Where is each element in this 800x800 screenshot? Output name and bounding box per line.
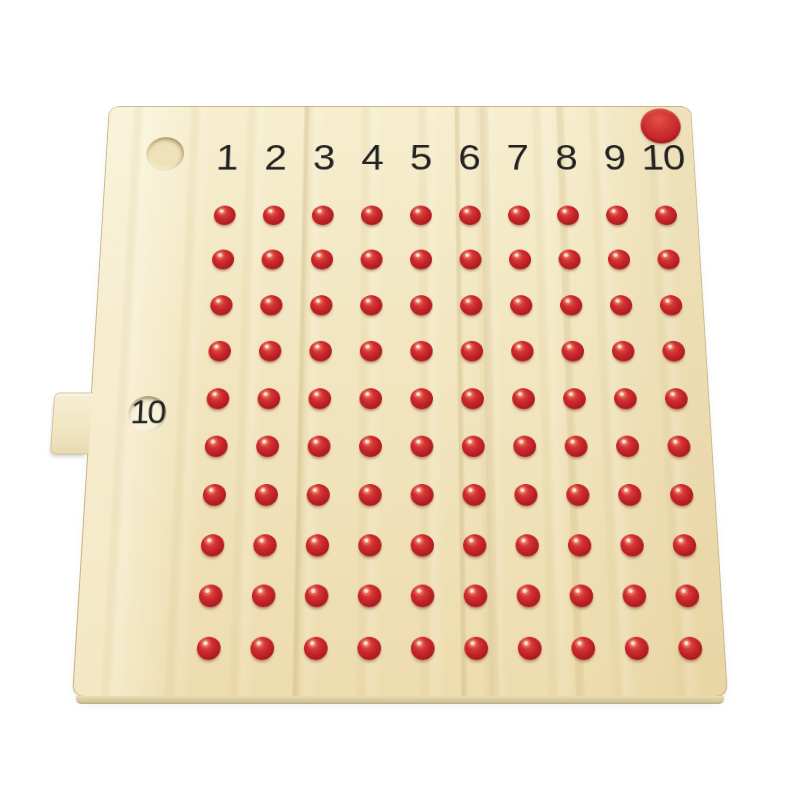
bead-r8-c6[interactable] xyxy=(463,534,487,556)
bead-r3-c9[interactable] xyxy=(610,295,633,315)
bead-r4-c1[interactable] xyxy=(208,341,231,362)
bead-r1-c4[interactable] xyxy=(361,206,383,225)
bead-r10-c5[interactable] xyxy=(411,637,435,660)
bead-r6-c8[interactable] xyxy=(564,436,588,457)
multiplicand-window: 10 xyxy=(128,396,168,431)
bead-r7-c4[interactable] xyxy=(359,484,382,506)
bead-r6-c3[interactable] xyxy=(307,436,330,457)
bead-r10-c6[interactable] xyxy=(464,637,488,660)
bead-r3-c5[interactable] xyxy=(410,295,432,315)
column-label-4: 4 xyxy=(361,137,383,178)
bead-r6-c7[interactable] xyxy=(513,436,536,457)
bead-r6-c4[interactable] xyxy=(359,436,382,457)
bead-r6-c9[interactable] xyxy=(616,436,640,457)
bead-r10-c1[interactable] xyxy=(196,637,221,660)
bead-r3-c4[interactable] xyxy=(360,295,382,315)
bead-r3-c3[interactable] xyxy=(310,295,333,315)
bead-r6-c2[interactable] xyxy=(256,436,279,457)
bead-r3-c6[interactable] xyxy=(460,295,483,315)
bead-r4-c8[interactable] xyxy=(561,341,584,362)
column-label-3: 3 xyxy=(313,137,335,178)
bead-r9-c6[interactable] xyxy=(464,585,488,608)
bead-r4-c10[interactable] xyxy=(662,341,686,362)
bead-r7-c1[interactable] xyxy=(202,484,226,506)
column-label-5: 5 xyxy=(410,137,432,178)
bead-r8-c10[interactable] xyxy=(672,534,697,556)
bead-r5-c10[interactable] xyxy=(664,388,688,409)
bead-r10-c3[interactable] xyxy=(304,637,328,660)
bead-r9-c2[interactable] xyxy=(252,585,276,608)
bead-r1-c9[interactable] xyxy=(606,206,629,225)
bead-r4-c4[interactable] xyxy=(360,341,383,362)
bead-r5-c9[interactable] xyxy=(614,388,638,409)
bead-r3-c2[interactable] xyxy=(260,295,283,315)
bead-r8-c8[interactable] xyxy=(568,534,592,556)
bead-r8-c7[interactable] xyxy=(515,534,539,556)
bead-r9-c7[interactable] xyxy=(516,585,540,608)
bead-r9-c3[interactable] xyxy=(305,585,329,608)
bead-r9-c5[interactable] xyxy=(411,585,435,608)
bead-r3-c10[interactable] xyxy=(659,295,682,315)
bead-r1-c1[interactable] xyxy=(213,206,236,225)
column-label-6: 6 xyxy=(458,137,480,178)
bead-r4-c3[interactable] xyxy=(309,341,332,362)
bead-r2-c3[interactable] xyxy=(311,250,333,270)
bead-r8-c4[interactable] xyxy=(358,534,381,556)
bead-r4-c7[interactable] xyxy=(511,341,534,362)
bead-r2-c8[interactable] xyxy=(558,250,581,270)
bead-r9-c4[interactable] xyxy=(358,585,382,608)
bead-r6-c6[interactable] xyxy=(462,436,485,457)
bead-r3-c1[interactable] xyxy=(210,295,233,315)
bead-r9-c8[interactable] xyxy=(569,585,593,608)
bead-r3-c7[interactable] xyxy=(510,295,533,315)
column-label-8: 8 xyxy=(555,137,578,178)
bead-r8-c9[interactable] xyxy=(620,534,644,556)
bead-r4-c6[interactable] xyxy=(461,341,484,362)
bead-r2-c2[interactable] xyxy=(261,250,284,270)
bead-r10-c2[interactable] xyxy=(250,637,274,660)
bead-r3-c8[interactable] xyxy=(560,295,583,315)
bead-r1-c3[interactable] xyxy=(312,206,334,225)
bead-r5-c5[interactable] xyxy=(410,388,433,409)
counter-disc-recess xyxy=(145,137,184,170)
bead-r10-c10[interactable] xyxy=(678,637,703,660)
bead-r9-c9[interactable] xyxy=(622,585,647,608)
bead-r9-c1[interactable] xyxy=(199,585,223,608)
bead-r7-c7[interactable] xyxy=(514,484,538,506)
bead-r8-c5[interactable] xyxy=(411,534,434,556)
column-label-9: 9 xyxy=(603,137,626,178)
bead-board-photo: 10 12345678910 xyxy=(0,0,800,800)
bead-r8-c2[interactable] xyxy=(253,534,277,556)
bead-r1-c2[interactable] xyxy=(263,206,285,225)
bead-r7-c9[interactable] xyxy=(618,484,642,506)
bead-r5-c4[interactable] xyxy=(359,388,382,409)
bead-r5-c8[interactable] xyxy=(563,388,586,409)
bead-r1-c6[interactable] xyxy=(459,206,481,225)
bead-r6-c1[interactable] xyxy=(204,436,228,457)
bead-r1-c7[interactable] xyxy=(508,206,530,225)
bead-r2-c7[interactable] xyxy=(509,250,531,270)
bead-r1-c10[interactable] xyxy=(655,206,678,225)
bead-r1-c8[interactable] xyxy=(557,206,579,225)
bead-r10-c7[interactable] xyxy=(518,637,542,660)
bead-r7-c5[interactable] xyxy=(411,484,434,506)
column-label-1: 1 xyxy=(215,137,238,178)
bead-r7-c8[interactable] xyxy=(566,484,590,506)
bead-r2-c9[interactable] xyxy=(608,250,631,270)
bead-r7-c3[interactable] xyxy=(307,484,330,506)
bead-r4-c2[interactable] xyxy=(259,341,282,362)
bead-r5-c7[interactable] xyxy=(512,388,535,409)
bead-r6-c10[interactable] xyxy=(667,436,691,457)
bead-r5-c3[interactable] xyxy=(308,388,331,409)
bead-r10-c4[interactable] xyxy=(357,637,381,660)
bead-r6-c5[interactable] xyxy=(410,436,433,457)
bead-r2-c1[interactable] xyxy=(212,250,235,270)
bead-r4-c9[interactable] xyxy=(612,341,635,362)
bead-r7-c10[interactable] xyxy=(670,484,694,506)
bead-r5-c1[interactable] xyxy=(206,388,229,409)
bead-r1-c5[interactable] xyxy=(410,206,432,225)
bead-r5-c6[interactable] xyxy=(461,388,484,409)
bead-r2-c6[interactable] xyxy=(459,250,481,270)
bead-r8-c1[interactable] xyxy=(200,534,224,556)
bead-r7-c2[interactable] xyxy=(255,484,279,506)
bead-r5-c2[interactable] xyxy=(257,388,280,409)
bead-r2-c5[interactable] xyxy=(410,250,432,270)
bead-r7-c6[interactable] xyxy=(462,484,485,506)
bead-r4-c5[interactable] xyxy=(410,341,433,362)
bead-r10-c8[interactable] xyxy=(571,637,596,660)
multiplicand-value: 10 xyxy=(130,397,166,429)
multiplication-bead-board: 10 12345678910 xyxy=(72,106,728,697)
bead-r8-c3[interactable] xyxy=(306,534,330,556)
card-slot-tab[interactable] xyxy=(50,393,93,455)
bead-r2-c10[interactable] xyxy=(657,250,680,270)
column-label-2: 2 xyxy=(264,137,287,178)
column-label-7: 7 xyxy=(506,137,529,178)
bead-r2-c4[interactable] xyxy=(361,250,383,270)
bead-r10-c9[interactable] xyxy=(624,637,649,660)
bead-r9-c10[interactable] xyxy=(675,585,700,608)
